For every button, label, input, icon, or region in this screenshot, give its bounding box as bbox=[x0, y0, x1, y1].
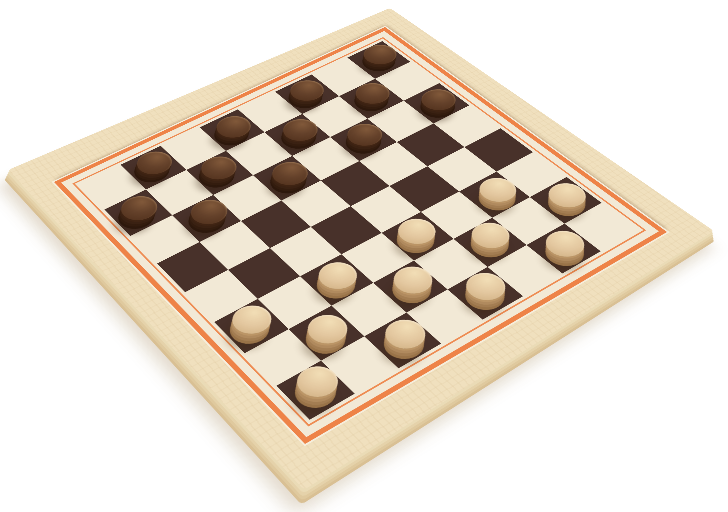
checkers-grid bbox=[80, 41, 638, 420]
playing-area bbox=[54, 27, 667, 444]
board-photo-scene bbox=[0, 0, 728, 512]
dark-checker[interactable] bbox=[357, 41, 403, 69]
